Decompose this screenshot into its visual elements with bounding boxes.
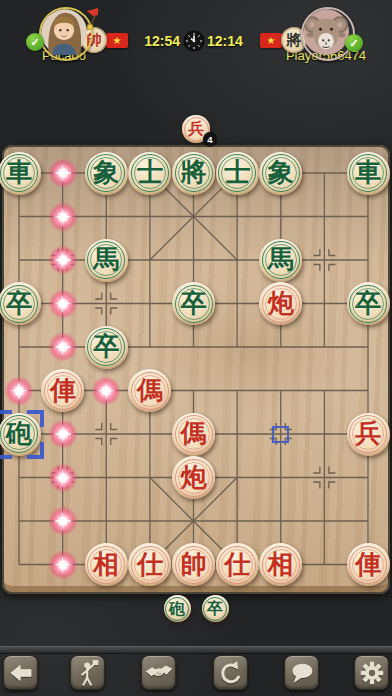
piece-red-e1[interactable]: 帥 [172,543,215,586]
clock-icon [182,29,206,53]
move-hint-b4[interactable] [48,419,78,449]
girl-avatar-icon [41,9,87,55]
piece-red-f1[interactable]: 仕 [216,543,259,586]
first-move-pennant-icon [84,4,104,30]
move-hint-b8[interactable] [48,245,78,275]
piece-glyph: 俥 [355,552,381,578]
piece-glyph: 卒 [181,291,207,317]
ram-avatar-icon [303,9,349,55]
gear-icon [357,658,387,688]
piece-black-f10[interactable]: 士 [216,152,259,195]
move-hint-b9[interactable] [48,202,78,232]
piece-glyph: 馬 [93,247,119,273]
surrender-person-icon [73,658,103,688]
piece-black-c10[interactable]: 象 [85,152,128,195]
piece-glyph: 仕 [137,552,163,578]
piece-black-e7[interactable]: 卒 [172,282,215,325]
captured-piece: 兵4 [182,115,210,143]
piece-glyph: 士 [224,160,250,186]
move-hint-c5[interactable] [91,376,121,406]
piece-red-g7[interactable]: 炮 [259,282,302,325]
piece-black-a10[interactable]: 車 [0,152,41,195]
piece-glyph: 車 [6,160,32,186]
piece-glyph: 俥 [50,378,76,404]
piece-glyph: 仕 [224,552,250,578]
piece-red-b5[interactable]: 俥 [41,369,84,412]
piece-black-a7[interactable]: 卒 [0,282,41,325]
piece-glyph: 相 [93,552,119,578]
piece-glyph: 卒 [6,291,32,317]
piece-red-e4[interactable]: 傌 [172,413,215,456]
move-hint-b3[interactable] [48,463,78,493]
vietnam-flag-left-icon: ★ [106,33,128,48]
move-hint-b2[interactable] [48,506,78,536]
piece-glyph: 象 [268,160,294,186]
move-hint-b1[interactable] [48,550,78,580]
draw-offer-button[interactable] [141,655,176,690]
move-hint-b7[interactable] [48,289,78,319]
piece-glyph: 馬 [268,247,294,273]
undo-arrow-icon [216,658,246,688]
piece-glyph: 卒 [207,601,223,617]
xiangqi-app: ✓ 帥 ★ Pucado 12:54 12:14 ★ 將 [0,0,392,696]
piece-red-e3[interactable]: 炮 [172,456,215,499]
piece-glyph: 將 [181,160,207,186]
avatar-right-player[interactable] [301,7,355,61]
piece-red-c1[interactable]: 相 [85,543,128,586]
undo-button[interactable] [213,655,248,690]
settings-button[interactable] [354,655,389,690]
toolbar-ridge [0,646,392,654]
captured-tray-bottom: 砲卒 [0,595,392,622]
handshake-icon [143,658,175,688]
piece-glyph: 兵 [188,121,204,137]
piece-black-i10[interactable]: 車 [347,152,390,195]
player-left-clock: 12:54 [140,33,180,49]
captured-tray-top: 兵4 [0,115,392,143]
player-right-clock: 12:14 [207,33,247,49]
piece-black-g10[interactable]: 象 [259,152,302,195]
piece-red-g1[interactable]: 相 [259,543,302,586]
back-button[interactable] [3,655,38,690]
piece-glyph: 砲 [169,601,185,617]
piece-black-g8[interactable]: 馬 [259,239,302,282]
piece-glyph: 士 [137,160,163,186]
piece-black-e10[interactable]: 將 [172,152,215,195]
move-hint-b6[interactable] [48,332,78,362]
piece-glyph: 傌 [181,421,207,447]
back-arrow-icon [6,658,36,688]
piece-glyph: 象 [93,160,119,186]
captured-count-badge: 4 [203,132,217,146]
piece-black-c6[interactable]: 卒 [85,326,128,369]
piece-black-c8[interactable]: 馬 [85,239,128,282]
piece-glyph: 卒 [355,291,381,317]
piece-glyph: 帥 [181,552,207,578]
piece-glyph: 傌 [137,378,163,404]
toolbar [0,655,392,691]
captured-piece: 砲 [164,595,191,622]
piece-glyph: 車 [355,160,381,186]
piece-glyph: 炮 [268,291,294,317]
chat-bubble-icon [287,658,317,688]
piece-black-d10[interactable]: 士 [128,152,171,195]
piece-red-i1[interactable]: 俥 [347,543,390,586]
captured-piece: 卒 [202,595,229,622]
piece-black-i7[interactable]: 卒 [347,282,390,325]
piece-red-i4[interactable]: 兵 [347,413,390,456]
move-hint-b10[interactable] [48,158,78,188]
last-move-from-marker [272,426,289,443]
piece-glyph: 兵 [355,421,381,447]
vietnam-flag-right-icon: ★ [260,33,282,48]
piece-glyph: 相 [268,552,294,578]
move-hint-a5[interactable] [4,376,34,406]
online-check-right-icon: ✓ [345,34,363,52]
chat-button[interactable] [284,655,319,690]
online-check-left-icon: ✓ [26,33,44,51]
piece-glyph: 卒 [93,334,119,360]
last-move-to-marker [0,410,44,459]
surrender-button[interactable] [70,655,105,690]
piece-glyph: 炮 [181,465,207,491]
